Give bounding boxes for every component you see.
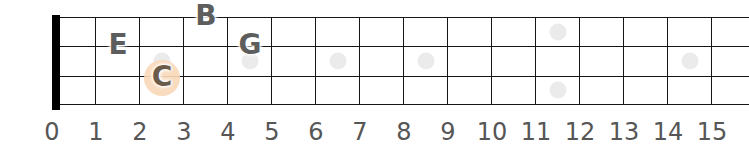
fret-cell[interactable] (580, 46, 624, 75)
fretboard-diagram: BEGC 0123456789101112131415 (0, 0, 749, 146)
fret-cell[interactable] (668, 17, 712, 46)
fret-cell[interactable] (492, 46, 536, 75)
fret-number: 10 (477, 120, 508, 144)
fret-number: 5 (264, 120, 279, 144)
fret-marker-dot (682, 53, 699, 70)
fret-number: 4 (220, 120, 235, 144)
note-label-c[interactable]: C (152, 63, 173, 91)
fret-cell[interactable] (360, 17, 404, 46)
nut (52, 15, 60, 110)
fret-cell[interactable] (580, 17, 624, 46)
fret-cell[interactable] (228, 76, 272, 105)
fret-cell[interactable] (580, 76, 624, 105)
fret-marker-dot (550, 23, 567, 40)
fret-number: 12 (565, 120, 596, 144)
fret-number: 13 (609, 120, 640, 144)
fret-cell[interactable] (492, 76, 536, 105)
fret-cell[interactable] (96, 76, 140, 105)
fret-cell[interactable] (624, 17, 668, 46)
fret-cell[interactable] (316, 76, 360, 105)
fret-cell[interactable] (316, 17, 360, 46)
fret-number: 8 (396, 120, 411, 144)
fret-marker-dot (550, 82, 567, 99)
fret-cell[interactable] (492, 17, 536, 46)
fret-cell[interactable] (536, 46, 580, 75)
fret-cell[interactable] (448, 17, 492, 46)
fret-cell[interactable] (184, 76, 228, 105)
fret-cell[interactable] (448, 76, 492, 105)
fret-cell[interactable] (272, 76, 316, 105)
fret-cell[interactable] (624, 76, 668, 105)
fret-number: 0 (44, 120, 59, 144)
fret-cell[interactable] (404, 17, 448, 46)
fret-cell[interactable] (668, 76, 712, 105)
note-label-g[interactable]: G (239, 31, 262, 59)
fret-cell[interactable] (624, 46, 668, 75)
fret-marker-dot (418, 53, 435, 70)
fret-number: 9 (440, 120, 455, 144)
fret-cell[interactable] (712, 76, 749, 105)
note-label-e[interactable]: E (108, 31, 127, 59)
fret-cell[interactable] (448, 46, 492, 75)
fret-cell[interactable] (712, 46, 749, 75)
fret-number: 14 (653, 120, 684, 144)
fret-number: 2 (132, 120, 147, 144)
fret-cell[interactable] (404, 76, 448, 105)
fret-cell[interactable] (360, 76, 404, 105)
fret-cell[interactable] (140, 17, 184, 46)
fret-marker-dot (330, 53, 347, 70)
fret-number: 1 (88, 120, 103, 144)
fret-number: 15 (697, 120, 728, 144)
fret-number: 6 (308, 120, 323, 144)
fret-number: 3 (176, 120, 191, 144)
fret-cell[interactable] (712, 17, 749, 46)
fret-number: 11 (521, 120, 552, 144)
fret-number: 7 (352, 120, 367, 144)
fret-cell[interactable] (272, 46, 316, 75)
fret-cell[interactable] (272, 17, 316, 46)
fret-cell[interactable] (360, 46, 404, 75)
note-label-b[interactable]: B (195, 2, 216, 30)
fret-cell[interactable] (184, 46, 228, 75)
